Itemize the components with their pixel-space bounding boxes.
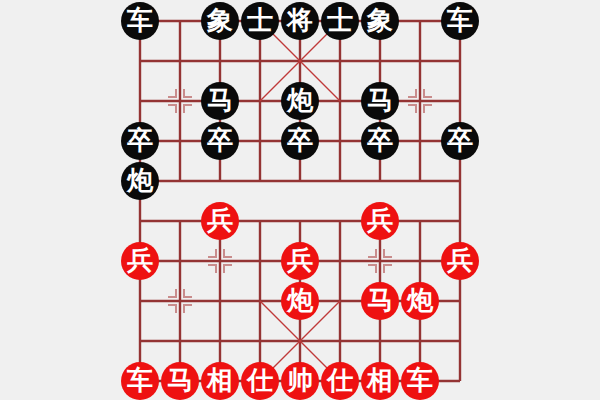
piece-black-rook[interactable]: 车 <box>441 2 479 40</box>
piece-black-soldier[interactable]: 卒 <box>441 122 479 160</box>
piece-red-horse[interactable]: 马 <box>361 282 399 320</box>
piece-black-horse[interactable]: 马 <box>201 82 239 120</box>
piece-red-soldier[interactable]: 兵 <box>201 202 239 240</box>
piece-red-cannon[interactable]: 炮 <box>401 282 439 320</box>
piece-black-soldier[interactable]: 卒 <box>121 122 159 160</box>
xiangqi-board: 车象士将士象车马炮马卒卒卒卒卒炮兵兵兵兵兵炮马炮车马相仕帅仕相车 <box>0 0 600 400</box>
piece-red-advisor[interactable]: 仕 <box>241 362 279 400</box>
piece-red-cannon[interactable]: 炮 <box>281 282 319 320</box>
piece-black-cannon[interactable]: 炮 <box>121 162 159 200</box>
piece-black-general[interactable]: 将 <box>281 2 319 40</box>
piece-red-soldier[interactable]: 兵 <box>441 242 479 280</box>
piece-black-elephant[interactable]: 象 <box>201 2 239 40</box>
piece-black-cannon[interactable]: 炮 <box>281 82 319 120</box>
piece-red-soldier[interactable]: 兵 <box>121 242 159 280</box>
piece-black-horse[interactable]: 马 <box>361 82 399 120</box>
piece-black-soldier[interactable]: 卒 <box>361 122 399 160</box>
piece-black-elephant[interactable]: 象 <box>361 2 399 40</box>
piece-black-advisor[interactable]: 士 <box>241 2 279 40</box>
piece-red-rook[interactable]: 车 <box>121 362 159 400</box>
piece-red-advisor[interactable]: 仕 <box>321 362 359 400</box>
piece-black-soldier[interactable]: 卒 <box>281 122 319 160</box>
piece-red-general[interactable]: 帅 <box>281 362 319 400</box>
piece-red-elephant[interactable]: 相 <box>201 362 239 400</box>
piece-red-soldier[interactable]: 兵 <box>281 242 319 280</box>
piece-red-soldier[interactable]: 兵 <box>361 202 399 240</box>
piece-black-rook[interactable]: 车 <box>121 2 159 40</box>
piece-black-advisor[interactable]: 士 <box>321 2 359 40</box>
piece-red-elephant[interactable]: 相 <box>361 362 399 400</box>
piece-red-horse[interactable]: 马 <box>161 362 199 400</box>
piece-red-rook[interactable]: 车 <box>401 362 439 400</box>
board-intersections: 车象士将士象车马炮马卒卒卒卒卒炮兵兵兵兵兵炮马炮车马相仕帅仕相车 <box>120 1 480 400</box>
piece-black-soldier[interactable]: 卒 <box>201 122 239 160</box>
